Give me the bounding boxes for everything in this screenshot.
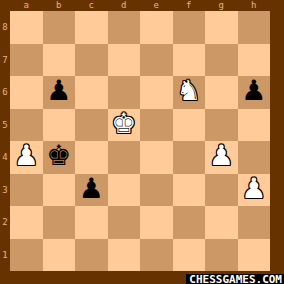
square-h4[interactable] (238, 141, 271, 174)
file-label-d: d (108, 0, 141, 11)
square-b5[interactable] (43, 109, 76, 142)
rank-label-3: 3 (0, 174, 10, 207)
square-a3[interactable] (10, 174, 43, 207)
rank-label-5: 5 (0, 109, 10, 142)
square-a6[interactable] (10, 76, 43, 109)
square-f8[interactable] (173, 11, 206, 44)
square-b2[interactable] (43, 206, 76, 239)
square-b6[interactable]: ♟ (43, 76, 76, 109)
rank-labels: 87654321 (0, 11, 10, 271)
square-f7[interactable] (173, 44, 206, 77)
white-pawn-piece: ♟ (14, 142, 39, 170)
square-a2[interactable] (10, 206, 43, 239)
square-a8[interactable] (10, 11, 43, 44)
file-label-f: f (173, 0, 206, 11)
square-d1[interactable] (108, 239, 141, 272)
black-pawn-piece: ♟ (79, 175, 104, 203)
square-b7[interactable] (43, 44, 76, 77)
square-c1[interactable] (75, 239, 108, 272)
square-d8[interactable] (108, 11, 141, 44)
square-h6[interactable]: ♟ (238, 76, 271, 109)
file-labels: abcdefgh (10, 0, 270, 11)
square-c4[interactable] (75, 141, 108, 174)
rank-label-1: 1 (0, 239, 10, 272)
square-b8[interactable] (43, 11, 76, 44)
square-b3[interactable] (43, 174, 76, 207)
square-h5[interactable] (238, 109, 271, 142)
square-h3[interactable]: ♟ (238, 174, 271, 207)
file-label-g: g (205, 0, 238, 11)
square-g2[interactable] (205, 206, 238, 239)
square-g5[interactable] (205, 109, 238, 142)
square-g3[interactable] (205, 174, 238, 207)
white-pawn-piece: ♟ (209, 142, 234, 170)
square-c8[interactable] (75, 11, 108, 44)
square-b1[interactable] (43, 239, 76, 272)
white-knight-piece: ♞ (176, 77, 201, 105)
square-d3[interactable] (108, 174, 141, 207)
square-g7[interactable] (205, 44, 238, 77)
square-c6[interactable] (75, 76, 108, 109)
square-d2[interactable] (108, 206, 141, 239)
square-f2[interactable] (173, 206, 206, 239)
black-king-piece: ♚ (46, 142, 71, 170)
white-king-piece: ♚ (111, 110, 136, 138)
chess-board: ♟♞♟♚♟♚♟♟♟ (10, 11, 270, 271)
file-label-h: h (238, 0, 271, 11)
rank-label-2: 2 (0, 206, 10, 239)
rank-label-6: 6 (0, 76, 10, 109)
square-b4[interactable]: ♚ (43, 141, 76, 174)
square-c7[interactable] (75, 44, 108, 77)
square-d5[interactable]: ♚ (108, 109, 141, 142)
square-e4[interactable] (140, 141, 173, 174)
square-h7[interactable] (238, 44, 271, 77)
square-g8[interactable] (205, 11, 238, 44)
rank-label-7: 7 (0, 44, 10, 77)
square-a4[interactable]: ♟ (10, 141, 43, 174)
square-f6[interactable]: ♞ (173, 76, 206, 109)
rank-label-8: 8 (0, 11, 10, 44)
square-e8[interactable] (140, 11, 173, 44)
square-a5[interactable] (10, 109, 43, 142)
file-label-e: e (140, 0, 173, 11)
rank-label-4: 4 (0, 141, 10, 174)
chess-diagram: abcdefgh 87654321 ♟♞♟♚♟♚♟♟♟ CHESSGAMES.C… (0, 0, 284, 284)
square-g1[interactable] (205, 239, 238, 272)
square-e2[interactable] (140, 206, 173, 239)
square-f4[interactable] (173, 141, 206, 174)
square-a7[interactable] (10, 44, 43, 77)
brand-text: CHESSGAMES.COM (189, 273, 282, 284)
square-e3[interactable] (140, 174, 173, 207)
square-e7[interactable] (140, 44, 173, 77)
black-pawn-piece: ♟ (241, 77, 266, 105)
square-d6[interactable] (108, 76, 141, 109)
square-c3[interactable]: ♟ (75, 174, 108, 207)
square-e1[interactable] (140, 239, 173, 272)
square-a1[interactable] (10, 239, 43, 272)
file-label-c: c (75, 0, 108, 11)
square-e5[interactable] (140, 109, 173, 142)
white-pawn-piece: ♟ (241, 175, 266, 203)
square-d4[interactable] (108, 141, 141, 174)
square-h8[interactable] (238, 11, 271, 44)
watermark-bar: CHESSGAMES.COM (186, 274, 284, 284)
square-c2[interactable] (75, 206, 108, 239)
square-f3[interactable] (173, 174, 206, 207)
square-e6[interactable] (140, 76, 173, 109)
square-c5[interactable] (75, 109, 108, 142)
square-h2[interactable] (238, 206, 271, 239)
black-pawn-piece: ♟ (46, 77, 71, 105)
square-f1[interactable] (173, 239, 206, 272)
square-g6[interactable] (205, 76, 238, 109)
file-label-b: b (43, 0, 76, 11)
square-d7[interactable] (108, 44, 141, 77)
square-g4[interactable]: ♟ (205, 141, 238, 174)
square-h1[interactable] (238, 239, 271, 272)
file-label-a: a (10, 0, 43, 11)
square-f5[interactable] (173, 109, 206, 142)
